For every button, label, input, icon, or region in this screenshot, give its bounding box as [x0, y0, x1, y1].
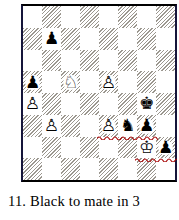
square-d5 [80, 71, 99, 93]
square-a6 [23, 50, 42, 72]
square-f3: ♞ [118, 115, 137, 137]
square-a5: ♟ [23, 71, 42, 93]
square-d2 [80, 137, 99, 159]
square-b2 [42, 137, 61, 159]
square-b4 [42, 93, 61, 115]
black-pawn-piece: ♟ [137, 115, 156, 137]
square-f5 [118, 71, 137, 93]
white-knight-piece: ♘ [61, 71, 80, 93]
white-pawn-piece: ♙ [42, 115, 61, 137]
square-e1 [99, 158, 118, 180]
square-g4: ♚ [137, 93, 156, 115]
square-a7 [23, 28, 42, 50]
square-a2 [23, 137, 42, 159]
black-king-piece: ♚ [137, 93, 156, 115]
square-c6 [61, 50, 80, 72]
square-a3 [23, 115, 42, 137]
square-e3: ♙ [99, 115, 118, 137]
square-f4 [118, 93, 137, 115]
square-d6 [80, 50, 99, 72]
square-h1 [156, 158, 175, 180]
square-h7 [156, 28, 175, 50]
square-b5 [42, 71, 61, 93]
square-a1 [23, 158, 42, 180]
square-f7 [118, 28, 137, 50]
square-c5: ♘ [61, 71, 80, 93]
square-a4: ♙ [23, 93, 42, 115]
square-e8 [99, 6, 118, 28]
square-g8 [137, 6, 156, 28]
square-d8 [80, 6, 99, 28]
square-d4 [80, 93, 99, 115]
white-pawn-piece: ♙ [99, 71, 118, 93]
square-g1 [137, 158, 156, 180]
square-b8 [42, 6, 61, 28]
square-c8 [61, 6, 80, 28]
square-g5 [137, 71, 156, 93]
square-g3: ♟ [137, 115, 156, 137]
white-king-piece: ♔ [137, 137, 156, 159]
square-f1 [118, 158, 137, 180]
square-h5 [156, 71, 175, 93]
square-d3 [80, 115, 99, 137]
square-c3 [61, 115, 80, 137]
square-e6 [99, 50, 118, 72]
square-c4 [61, 93, 80, 115]
square-c1 [61, 158, 80, 180]
square-h8 [156, 6, 175, 28]
square-c2 [61, 137, 80, 159]
black-knight-piece: ♞ [118, 115, 137, 137]
square-f8 [118, 6, 137, 28]
chess-board: ♟♟♘♙♙♚♙♙♞♟♔♟ [21, 4, 177, 182]
square-d1 [80, 158, 99, 180]
square-b3: ♙ [42, 115, 61, 137]
white-pawn-piece: ♙ [23, 93, 42, 115]
puzzle-caption: 11. Black to mate in 3 [8, 193, 140, 210]
square-e7 [99, 28, 118, 50]
black-pawn-piece: ♟ [23, 71, 42, 93]
square-h2: ♟ [156, 137, 175, 159]
square-b1 [42, 158, 61, 180]
square-b7: ♟ [42, 28, 61, 50]
square-e4 [99, 93, 118, 115]
square-a8 [23, 6, 42, 28]
square-e2 [99, 137, 118, 159]
white-pawn-piece: ♙ [99, 115, 118, 137]
square-b6 [42, 50, 61, 72]
chess-puzzle-page: ♟♟♘♙♙♚♙♙♞♟♔♟ 11. Black to mate in 3 [0, 0, 179, 220]
square-h3 [156, 115, 175, 137]
square-g6 [137, 50, 156, 72]
square-c7 [61, 28, 80, 50]
square-h4 [156, 93, 175, 115]
square-h6 [156, 50, 175, 72]
square-f2 [118, 137, 137, 159]
square-e5: ♙ [99, 71, 118, 93]
square-g2: ♔ [137, 137, 156, 159]
square-f6 [118, 50, 137, 72]
black-pawn-piece: ♟ [42, 28, 61, 50]
black-pawn-piece: ♟ [156, 137, 175, 159]
square-g7 [137, 28, 156, 50]
square-d7 [80, 28, 99, 50]
